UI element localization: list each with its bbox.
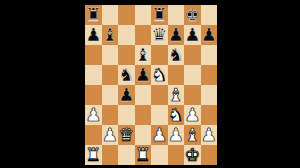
white-bishop-g2: ♝ xyxy=(184,125,200,145)
square-g1[interactable]: ♚ xyxy=(184,145,201,165)
white-pawn-e2: ♟ xyxy=(151,125,167,145)
letterbox-right xyxy=(217,0,300,168)
white-pawn-f2: ♟ xyxy=(168,125,184,145)
black-pawn-g7: ♟ xyxy=(184,25,200,45)
square-b1[interactable] xyxy=(102,145,119,165)
video-frame: ♜♜♚♟♝♛♟♟♟♝♞♞♟♞♟♝♟♞♟♟♛♟♟♝♟♜♜♚ xyxy=(0,0,300,168)
square-e6[interactable] xyxy=(151,45,168,65)
letterbox-top xyxy=(85,0,217,5)
square-d4[interactable] xyxy=(135,85,152,105)
black-pawn-c4: ♟ xyxy=(118,85,134,105)
square-e8[interactable]: ♜ xyxy=(151,5,168,25)
square-e5[interactable]: ♞ xyxy=(151,65,168,85)
square-h7[interactable]: ♟ xyxy=(201,25,218,45)
square-h8[interactable] xyxy=(201,5,218,25)
square-a7[interactable]: ♟ xyxy=(85,25,102,45)
square-a4[interactable] xyxy=(85,85,102,105)
square-f5[interactable] xyxy=(168,65,185,85)
square-h4[interactable] xyxy=(201,85,218,105)
square-c4[interactable]: ♟ xyxy=(118,85,135,105)
white-pawn-b2: ♟ xyxy=(102,125,118,145)
square-c8[interactable] xyxy=(118,5,135,25)
square-f8[interactable] xyxy=(168,5,185,25)
square-f7[interactable]: ♟ xyxy=(168,25,185,45)
black-pawn-f7: ♟ xyxy=(168,25,184,45)
white-queen-c2: ♛ xyxy=(118,125,134,145)
square-g5[interactable] xyxy=(184,65,201,85)
square-h1[interactable] xyxy=(201,145,218,165)
letterbox-bottom xyxy=(85,165,217,168)
square-c3[interactable] xyxy=(118,105,135,125)
square-c6[interactable] xyxy=(118,45,135,65)
black-knight-f6: ♞ xyxy=(168,45,184,65)
white-knight-e5: ♞ xyxy=(151,65,167,85)
square-b8[interactable] xyxy=(102,5,119,25)
square-h5[interactable] xyxy=(201,65,218,85)
square-b2[interactable]: ♟ xyxy=(102,125,119,145)
white-bishop-f4: ♝ xyxy=(168,85,184,105)
square-a6[interactable] xyxy=(85,45,102,65)
square-a3[interactable]: ♟ xyxy=(85,105,102,125)
square-f1[interactable] xyxy=(168,145,185,165)
white-pawn-a3: ♟ xyxy=(85,105,101,125)
square-g6[interactable] xyxy=(184,45,201,65)
square-g2[interactable]: ♝ xyxy=(184,125,201,145)
square-g3[interactable]: ♟ xyxy=(184,105,201,125)
white-pawn-h2: ♟ xyxy=(201,125,217,145)
square-d3[interactable] xyxy=(135,105,152,125)
black-knight-c5: ♞ xyxy=(118,65,134,85)
square-g4[interactable] xyxy=(184,85,201,105)
square-b3[interactable] xyxy=(102,105,119,125)
black-pawn-d5: ♟ xyxy=(135,65,151,85)
black-rook-e8: ♜ xyxy=(151,5,167,25)
chess-board: ♜♜♚♟♝♛♟♟♟♝♞♞♟♞♟♝♟♞♟♟♛♟♟♝♟♜♜♚ xyxy=(85,5,217,165)
square-c2[interactable]: ♛ xyxy=(118,125,135,145)
square-e1[interactable] xyxy=(151,145,168,165)
square-b4[interactable] xyxy=(102,85,119,105)
square-d1[interactable]: ♜ xyxy=(135,145,152,165)
square-a2[interactable] xyxy=(85,125,102,145)
square-e3[interactable] xyxy=(151,105,168,125)
square-d8[interactable] xyxy=(135,5,152,25)
square-b5[interactable] xyxy=(102,65,119,85)
square-a1[interactable]: ♜ xyxy=(85,145,102,165)
square-d7[interactable] xyxy=(135,25,152,45)
square-g8[interactable]: ♚ xyxy=(184,5,201,25)
square-a5[interactable] xyxy=(85,65,102,85)
black-rook-a8: ♜ xyxy=(85,5,101,25)
square-e4[interactable] xyxy=(151,85,168,105)
black-pawn-a7: ♟ xyxy=(85,25,101,45)
letterbox-left xyxy=(0,0,85,168)
square-d6[interactable]: ♝ xyxy=(135,45,152,65)
white-pawn-g3: ♟ xyxy=(184,105,200,125)
square-e7[interactable]: ♛ xyxy=(151,25,168,45)
white-knight-f3: ♞ xyxy=(168,105,184,125)
square-c5[interactable]: ♞ xyxy=(118,65,135,85)
black-king-g8: ♚ xyxy=(184,5,200,25)
square-f4[interactable]: ♝ xyxy=(168,85,185,105)
black-bishop-d6: ♝ xyxy=(135,45,151,65)
square-f3[interactable]: ♞ xyxy=(168,105,185,125)
black-pawn-h7: ♟ xyxy=(201,25,217,45)
white-rook-a1: ♜ xyxy=(85,145,101,165)
white-rook-d1: ♜ xyxy=(135,145,151,165)
black-queen-e7: ♛ xyxy=(151,25,167,45)
square-g7[interactable]: ♟ xyxy=(184,25,201,45)
square-c7[interactable] xyxy=(118,25,135,45)
square-h6[interactable] xyxy=(201,45,218,65)
square-h3[interactable] xyxy=(201,105,218,125)
black-bishop-b7: ♝ xyxy=(102,25,118,45)
square-f2[interactable]: ♟ xyxy=(168,125,185,145)
square-e2[interactable]: ♟ xyxy=(151,125,168,145)
square-d5[interactable]: ♟ xyxy=(135,65,152,85)
square-h2[interactable]: ♟ xyxy=(201,125,218,145)
square-b6[interactable] xyxy=(102,45,119,65)
white-king-g1: ♚ xyxy=(184,145,200,165)
square-a8[interactable]: ♜ xyxy=(85,5,102,25)
square-d2[interactable] xyxy=(135,125,152,145)
square-f6[interactable]: ♞ xyxy=(168,45,185,65)
square-b7[interactable]: ♝ xyxy=(102,25,119,45)
square-c1[interactable] xyxy=(118,145,135,165)
